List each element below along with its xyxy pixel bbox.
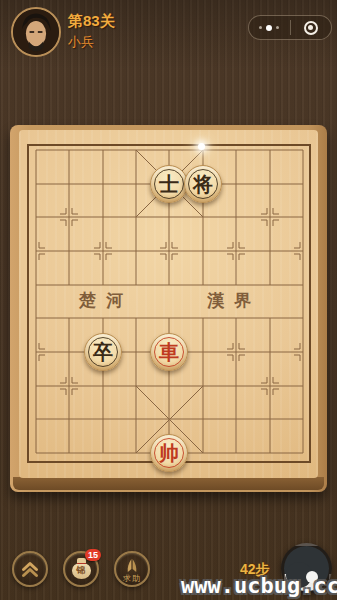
hint-count-badge: 15: [85, 549, 101, 561]
piece-士[interactable]: 士: [150, 165, 188, 203]
brocade-bag-icon: 锦: [72, 563, 91, 579]
wechat-capsule: [248, 15, 332, 40]
level-label: 第83关: [68, 13, 115, 28]
more-dots-icon: [259, 25, 279, 31]
board-face[interactable]: 楚河 漢界 士将卒車帅: [19, 130, 318, 478]
piece-将[interactable]: 将: [184, 165, 222, 203]
pieces-layer: 士将卒車帅: [19, 130, 318, 478]
chevron-up-icon: [20, 561, 40, 578]
move-sparkle: [198, 143, 205, 150]
avatar[interactable]: [11, 7, 61, 57]
menu-button[interactable]: [12, 551, 48, 587]
watermark: www.ucbug.cc: [181, 573, 337, 598]
piece-帅[interactable]: 帅: [150, 434, 188, 472]
hint-bag-button[interactable]: 锦 15: [63, 551, 99, 587]
target-circle-icon: [304, 21, 318, 35]
more-button[interactable]: [249, 16, 290, 39]
xiangqi-board: 楚河 漢界 士将卒車帅: [10, 125, 327, 492]
piece-車[interactable]: 車: [150, 333, 188, 371]
app-screen: 第83关 小兵 楚河 漢界 士将卒車帅 锦: [0, 0, 337, 600]
help-button[interactable]: 求助: [114, 551, 150, 587]
exit-button[interactable]: [291, 16, 332, 39]
piece-卒[interactable]: 卒: [84, 333, 122, 371]
avatar-portrait: [13, 9, 59, 55]
player-name: 小兵: [68, 35, 115, 48]
help-button-label: 求助: [116, 573, 148, 584]
